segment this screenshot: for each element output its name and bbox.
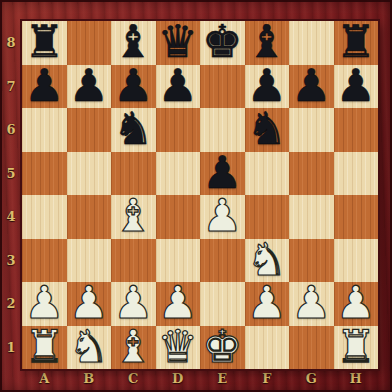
square-a1[interactable]: ♜ [22, 326, 67, 370]
file-label-g: G [289, 369, 334, 387]
square-g1[interactable] [289, 326, 334, 370]
piece-black-bishop-c8[interactable]: ♝ [113, 21, 153, 64]
square-b8[interactable] [67, 21, 112, 65]
square-g4[interactable] [289, 195, 334, 239]
square-g3[interactable] [289, 239, 334, 283]
square-h2[interactable]: ♟ [334, 282, 379, 326]
file-label-d: D [156, 369, 201, 387]
square-b5[interactable] [67, 152, 112, 196]
piece-black-pawn-d7[interactable]: ♟ [158, 65, 198, 108]
square-h5[interactable] [334, 152, 379, 196]
square-f1[interactable] [245, 326, 290, 370]
square-c2[interactable]: ♟ [111, 282, 156, 326]
square-b2[interactable]: ♟ [67, 282, 112, 326]
piece-white-rook-a1[interactable]: ♜ [24, 326, 64, 369]
square-e6[interactable] [200, 108, 245, 152]
square-d1[interactable]: ♛ [156, 326, 201, 370]
file-label-f: F [245, 369, 290, 387]
square-c7[interactable]: ♟ [111, 65, 156, 109]
file-label-a: A [22, 369, 67, 387]
piece-black-knight-c6[interactable]: ♞ [113, 108, 153, 151]
square-e4[interactable]: ♟ [200, 195, 245, 239]
piece-black-pawn-b7[interactable]: ♟ [69, 65, 109, 108]
square-a5[interactable] [22, 152, 67, 196]
piece-white-pawn-a2[interactable]: ♟ [24, 282, 64, 325]
rank-label-8: 8 [0, 21, 22, 65]
chessboard-frame: 87654321 ABCDEFGH ♜♝♛♚♝♜♟♟♟♟♟♟♟♞♞♟♝♟♞♟♟♟… [0, 0, 392, 392]
square-d6[interactable] [156, 108, 201, 152]
square-a4[interactable] [22, 195, 67, 239]
square-c4[interactable]: ♝ [111, 195, 156, 239]
square-f2[interactable]: ♟ [245, 282, 290, 326]
square-d8[interactable]: ♛ [156, 21, 201, 65]
square-d5[interactable] [156, 152, 201, 196]
piece-white-pawn-h2[interactable]: ♟ [336, 282, 376, 325]
piece-black-rook-h8[interactable]: ♜ [336, 21, 376, 64]
piece-black-pawn-f7[interactable]: ♟ [247, 65, 287, 108]
piece-black-pawn-a7[interactable]: ♟ [24, 65, 64, 108]
square-b3[interactable] [67, 239, 112, 283]
file-label-c: C [111, 369, 156, 387]
square-e1[interactable]: ♚ [200, 326, 245, 370]
piece-black-rook-a8[interactable]: ♜ [24, 21, 64, 64]
file-labels: ABCDEFGH [22, 369, 378, 387]
piece-white-bishop-c4[interactable]: ♝ [113, 195, 153, 238]
piece-white-pawn-e4[interactable]: ♟ [202, 195, 242, 238]
piece-white-knight-b1[interactable]: ♞ [69, 326, 109, 369]
square-f3[interactable]: ♞ [245, 239, 290, 283]
file-label-h: H [334, 369, 379, 387]
square-e5[interactable]: ♟ [200, 152, 245, 196]
square-c6[interactable]: ♞ [111, 108, 156, 152]
square-h6[interactable] [334, 108, 379, 152]
square-a3[interactable] [22, 239, 67, 283]
file-label-b: B [67, 369, 112, 387]
square-e7[interactable] [200, 65, 245, 109]
square-h1[interactable]: ♜ [334, 326, 379, 370]
file-label-e: E [200, 369, 245, 387]
square-b1[interactable]: ♞ [67, 326, 112, 370]
square-f7[interactable]: ♟ [245, 65, 290, 109]
piece-black-pawn-g7[interactable]: ♟ [291, 65, 331, 108]
square-a2[interactable]: ♟ [22, 282, 67, 326]
square-d4[interactable] [156, 195, 201, 239]
square-d3[interactable] [156, 239, 201, 283]
square-g5[interactable] [289, 152, 334, 196]
square-b7[interactable]: ♟ [67, 65, 112, 109]
piece-white-pawn-d2[interactable]: ♟ [158, 282, 198, 325]
piece-black-queen-d8[interactable]: ♛ [158, 21, 198, 64]
rank-label-1: 1 [0, 326, 22, 370]
square-h3[interactable] [334, 239, 379, 283]
piece-white-pawn-g2[interactable]: ♟ [291, 282, 331, 325]
square-f8[interactable]: ♝ [245, 21, 290, 65]
piece-white-knight-f3[interactable]: ♞ [247, 239, 287, 282]
square-a8[interactable]: ♜ [22, 21, 67, 65]
piece-white-pawn-f2[interactable]: ♟ [247, 282, 287, 325]
piece-black-pawn-h7[interactable]: ♟ [336, 65, 376, 108]
square-g7[interactable]: ♟ [289, 65, 334, 109]
piece-white-pawn-c2[interactable]: ♟ [113, 282, 153, 325]
square-g8[interactable] [289, 21, 334, 65]
square-g2[interactable]: ♟ [289, 282, 334, 326]
square-h7[interactable]: ♟ [334, 65, 379, 109]
square-g6[interactable] [289, 108, 334, 152]
square-f5[interactable] [245, 152, 290, 196]
square-e2[interactable] [200, 282, 245, 326]
square-e3[interactable] [200, 239, 245, 283]
square-f4[interactable] [245, 195, 290, 239]
rank-labels: 87654321 [0, 21, 22, 369]
square-f6[interactable]: ♞ [245, 108, 290, 152]
chess-board[interactable]: ♜♝♛♚♝♜♟♟♟♟♟♟♟♞♞♟♝♟♞♟♟♟♟♟♟♟♜♞♝♛♚♜ [22, 21, 378, 369]
piece-black-king-e8[interactable]: ♚ [202, 21, 242, 64]
square-b6[interactable] [67, 108, 112, 152]
square-d2[interactable]: ♟ [156, 282, 201, 326]
square-c1[interactable]: ♝ [111, 326, 156, 370]
square-c3[interactable] [111, 239, 156, 283]
square-c5[interactable] [111, 152, 156, 196]
square-h8[interactable]: ♜ [334, 21, 379, 65]
square-h4[interactable] [334, 195, 379, 239]
piece-white-rook-h1[interactable]: ♜ [336, 326, 376, 369]
square-a7[interactable]: ♟ [22, 65, 67, 109]
rank-label-3: 3 [0, 239, 22, 283]
piece-black-pawn-e5[interactable]: ♟ [202, 152, 242, 195]
piece-black-pawn-c7[interactable]: ♟ [113, 65, 153, 108]
rank-label-5: 5 [0, 152, 22, 196]
rank-label-2: 2 [0, 282, 22, 326]
square-c8[interactable]: ♝ [111, 21, 156, 65]
square-e8[interactable]: ♚ [200, 21, 245, 65]
rank-label-6: 6 [0, 108, 22, 152]
square-a6[interactable] [22, 108, 67, 152]
piece-white-queen-d1[interactable]: ♛ [158, 326, 198, 369]
piece-black-knight-f6[interactable]: ♞ [247, 108, 287, 151]
square-d7[interactable]: ♟ [156, 65, 201, 109]
square-b4[interactable] [67, 195, 112, 239]
piece-white-king-e1[interactable]: ♚ [202, 326, 242, 369]
piece-black-bishop-f8[interactable]: ♝ [247, 21, 287, 64]
piece-white-bishop-c1[interactable]: ♝ [113, 326, 153, 369]
piece-white-pawn-b2[interactable]: ♟ [69, 282, 109, 325]
rank-label-4: 4 [0, 195, 22, 239]
rank-label-7: 7 [0, 65, 22, 109]
